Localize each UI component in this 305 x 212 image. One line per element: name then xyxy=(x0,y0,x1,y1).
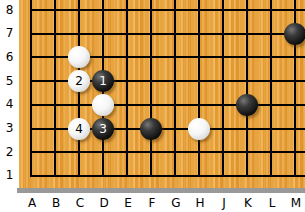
grid-line-horizontal xyxy=(211,9,235,11)
black-stone-K4[interactable] xyxy=(236,94,258,116)
grid-line-horizontal xyxy=(283,9,305,11)
intersection-E5[interactable] xyxy=(115,69,139,93)
column-label-F: F xyxy=(140,196,164,211)
intersection-K6[interactable] xyxy=(235,46,259,70)
intersection-L6[interactable] xyxy=(259,46,283,70)
grid-line-horizontal xyxy=(259,33,283,35)
row-label-4: 4 xyxy=(1,97,18,112)
intersection-F3[interactable] xyxy=(139,117,163,141)
black-stone-D3[interactable]: 3 xyxy=(92,118,114,140)
grid-line-horizontal xyxy=(30,104,43,106)
grid-line-horizontal xyxy=(115,151,139,153)
grid-line-horizontal xyxy=(91,56,115,58)
intersection-H5[interactable] xyxy=(187,69,211,93)
intersection-C2[interactable] xyxy=(67,140,91,164)
intersection-F5[interactable] xyxy=(139,69,163,93)
grid-line-horizontal xyxy=(187,175,211,177)
grid-line-horizontal xyxy=(163,128,187,130)
intersection-K7[interactable] xyxy=(235,22,259,46)
grid-line-horizontal xyxy=(235,56,259,58)
intersection-A5[interactable] xyxy=(19,69,43,93)
intersection-G5[interactable] xyxy=(163,69,187,93)
intersection-C3[interactable]: 4 xyxy=(67,117,91,141)
grid-line-horizontal xyxy=(43,175,67,177)
intersection-M2[interactable] xyxy=(283,140,305,164)
intersection-K1[interactable] xyxy=(235,164,259,188)
intersection-K2[interactable] xyxy=(235,140,259,164)
row-label-8: 8 xyxy=(1,3,18,18)
grid-line-horizontal xyxy=(211,56,235,58)
grid-line-horizontal xyxy=(30,56,43,58)
intersection-L3[interactable] xyxy=(259,117,283,141)
column-label-G: G xyxy=(164,196,188,211)
intersection-L7[interactable] xyxy=(259,22,283,46)
intersection-E6[interactable] xyxy=(115,46,139,70)
grid-line-horizontal xyxy=(115,80,139,82)
grid-line-horizontal xyxy=(139,151,163,153)
intersection-C1[interactable] xyxy=(67,164,91,188)
intersection-M5[interactable] xyxy=(283,69,305,93)
grid-line-horizontal xyxy=(43,56,67,58)
intersection-A2[interactable] xyxy=(19,140,43,164)
intersection-F2[interactable] xyxy=(139,140,163,164)
row-label-2: 2 xyxy=(1,145,18,160)
intersection-J4[interactable] xyxy=(211,93,235,117)
intersection-A7[interactable] xyxy=(19,22,43,46)
grid-line-horizontal xyxy=(91,9,115,11)
grid-line-horizontal xyxy=(163,33,187,35)
intersection-H2[interactable] xyxy=(187,140,211,164)
intersection-M8[interactable] xyxy=(283,0,305,22)
intersection-L5[interactable] xyxy=(259,69,283,93)
intersection-F6[interactable] xyxy=(139,46,163,70)
grid-line-horizontal xyxy=(259,175,283,177)
intersection-C6[interactable] xyxy=(67,46,91,70)
go-diagram: 2143 87654321ABCDEFGHJKLM xyxy=(0,0,305,212)
intersection-B4[interactable] xyxy=(43,93,67,117)
intersection-M3[interactable] xyxy=(283,117,305,141)
grid-line-horizontal xyxy=(30,128,43,130)
intersection-D1[interactable] xyxy=(91,164,115,188)
intersection-B1[interactable] xyxy=(43,164,67,188)
intersection-C5[interactable]: 2 xyxy=(67,69,91,93)
intersection-E8[interactable] xyxy=(115,0,139,22)
white-stone-C6[interactable] xyxy=(68,46,90,68)
grid-line-horizontal xyxy=(187,56,211,58)
intersection-D7[interactable] xyxy=(91,22,115,46)
intersection-D3[interactable]: 3 xyxy=(91,117,115,141)
intersection-L1[interactable] xyxy=(259,164,283,188)
intersection-H4[interactable] xyxy=(187,93,211,117)
grid-line-horizontal xyxy=(43,128,67,130)
grid-line-horizontal xyxy=(163,80,187,82)
intersection-A6[interactable] xyxy=(19,46,43,70)
grid-line-horizontal xyxy=(115,33,139,35)
grid-line-horizontal xyxy=(91,151,115,153)
intersection-F4[interactable] xyxy=(139,93,163,117)
white-stone-H3[interactable] xyxy=(188,118,210,140)
intersection-J6[interactable] xyxy=(211,46,235,70)
grid-line-horizontal xyxy=(283,80,305,82)
intersection-C7[interactable] xyxy=(67,22,91,46)
intersection-G4[interactable] xyxy=(163,93,187,117)
move-number: 3 xyxy=(99,118,107,140)
grid-line-horizontal xyxy=(115,9,139,11)
grid-line-horizontal xyxy=(235,128,259,130)
grid-line-horizontal xyxy=(259,9,283,11)
move-number: 2 xyxy=(75,70,83,92)
grid-line-horizontal xyxy=(163,104,187,106)
intersection-A4[interactable] xyxy=(19,93,43,117)
grid-line-horizontal xyxy=(67,175,91,177)
intersection-H3[interactable] xyxy=(187,117,211,141)
grid-line-horizontal xyxy=(211,80,235,82)
intersection-D8[interactable] xyxy=(91,0,115,22)
grid-line-horizontal xyxy=(235,80,259,82)
intersection-B6[interactable] xyxy=(43,46,67,70)
move-number: 1 xyxy=(99,70,107,92)
grid-line-horizontal xyxy=(139,175,163,177)
intersection-E7[interactable] xyxy=(115,22,139,46)
grid-line-horizontal xyxy=(139,33,163,35)
grid-line-horizontal xyxy=(187,80,211,82)
grid-line-horizontal xyxy=(30,80,43,82)
intersection-L2[interactable] xyxy=(259,140,283,164)
column-label-B: B xyxy=(44,196,68,211)
grid-line-horizontal xyxy=(259,104,283,106)
intersection-K8[interactable] xyxy=(235,0,259,22)
grid-line-horizontal xyxy=(163,151,187,153)
intersection-H7[interactable] xyxy=(187,22,211,46)
grid-line-horizontal xyxy=(43,151,67,153)
grid-line-horizontal xyxy=(211,128,235,130)
grid-line-horizontal xyxy=(283,151,305,153)
grid-line-horizontal xyxy=(187,151,211,153)
intersection-E1[interactable] xyxy=(115,164,139,188)
go-board: 2143 xyxy=(19,0,305,188)
intersection-J5[interactable] xyxy=(211,69,235,93)
intersection-B8[interactable] xyxy=(43,0,67,22)
board-grid: 2143 xyxy=(19,0,305,188)
grid-line-horizontal xyxy=(283,56,305,58)
grid-line-horizontal xyxy=(43,104,67,106)
intersection-E4[interactable] xyxy=(115,93,139,117)
grid-line-horizontal xyxy=(259,128,283,130)
intersection-L8[interactable] xyxy=(259,0,283,22)
white-stone-C3[interactable]: 4 xyxy=(68,118,90,140)
grid-line-horizontal xyxy=(67,9,91,11)
intersection-A3[interactable] xyxy=(19,117,43,141)
grid-line-horizontal xyxy=(235,9,259,11)
board-bottom-shadow xyxy=(17,188,305,193)
grid-line-horizontal xyxy=(30,151,43,153)
grid-line-horizontal xyxy=(115,128,139,130)
intersection-A1[interactable] xyxy=(19,164,43,188)
white-stone-D4[interactable] xyxy=(92,94,114,116)
row-label-6: 6 xyxy=(1,50,18,65)
grid-line-horizontal xyxy=(211,104,235,106)
intersection-M6[interactable] xyxy=(283,46,305,70)
intersection-J1[interactable] xyxy=(211,164,235,188)
grid-line-horizontal xyxy=(67,104,91,106)
grid-line-horizontal xyxy=(187,33,211,35)
grid-line-horizontal xyxy=(115,175,139,177)
grid-line-horizontal xyxy=(67,151,91,153)
grid-line-horizontal xyxy=(30,9,43,11)
intersection-M7[interactable] xyxy=(283,22,305,46)
intersection-B5[interactable] xyxy=(43,69,67,93)
grid-line-horizontal xyxy=(139,80,163,82)
grid-line-horizontal xyxy=(91,33,115,35)
grid-line-horizontal xyxy=(259,56,283,58)
grid-line-horizontal xyxy=(283,175,305,177)
intersection-H6[interactable] xyxy=(187,46,211,70)
grid-line-horizontal xyxy=(163,9,187,11)
grid-line-horizontal xyxy=(283,128,305,130)
grid-line-horizontal xyxy=(235,151,259,153)
column-label-M: M xyxy=(284,196,305,211)
intersection-G3[interactable] xyxy=(163,117,187,141)
intersection-H1[interactable] xyxy=(187,164,211,188)
intersection-D4[interactable] xyxy=(91,93,115,117)
intersection-B3[interactable] xyxy=(43,117,67,141)
row-label-5: 5 xyxy=(1,74,18,89)
intersection-E2[interactable] xyxy=(115,140,139,164)
row-label-1: 1 xyxy=(1,168,18,183)
grid-line-horizontal xyxy=(91,175,115,177)
grid-line-horizontal xyxy=(30,33,43,35)
intersection-F8[interactable] xyxy=(139,0,163,22)
grid-line-horizontal xyxy=(259,80,283,82)
grid-line-horizontal xyxy=(43,80,67,82)
intersection-G2[interactable] xyxy=(163,140,187,164)
intersection-D5[interactable]: 1 xyxy=(91,69,115,93)
intersection-B7[interactable] xyxy=(43,22,67,46)
intersection-D2[interactable] xyxy=(91,140,115,164)
grid-line-horizontal xyxy=(235,33,259,35)
intersection-M4[interactable] xyxy=(283,93,305,117)
intersection-E3[interactable] xyxy=(115,117,139,141)
grid-line-horizontal xyxy=(187,104,211,106)
column-label-J: J xyxy=(212,196,236,211)
black-stone-F3[interactable] xyxy=(140,118,162,140)
white-stone-C5[interactable]: 2 xyxy=(68,70,90,92)
column-label-K: K xyxy=(236,196,260,211)
intersection-C8[interactable] xyxy=(67,0,91,22)
grid-line-horizontal xyxy=(115,104,139,106)
move-number: 4 xyxy=(75,118,83,140)
grid-line-horizontal xyxy=(163,175,187,177)
grid-line-horizontal xyxy=(163,56,187,58)
intersection-G6[interactable] xyxy=(163,46,187,70)
grid-line-horizontal xyxy=(43,9,67,11)
intersection-G1[interactable] xyxy=(163,164,187,188)
grid-line-horizontal xyxy=(139,104,163,106)
intersection-K4[interactable] xyxy=(235,93,259,117)
column-label-D: D xyxy=(92,196,116,211)
intersection-C4[interactable] xyxy=(67,93,91,117)
grid-line-horizontal xyxy=(67,33,91,35)
grid-line-horizontal xyxy=(283,104,305,106)
column-label-C: C xyxy=(68,196,92,211)
intersection-L4[interactable] xyxy=(259,93,283,117)
intersection-D6[interactable] xyxy=(91,46,115,70)
intersection-B2[interactable] xyxy=(43,140,67,164)
grid-line-horizontal xyxy=(139,56,163,58)
intersection-K5[interactable] xyxy=(235,69,259,93)
intersection-G7[interactable] xyxy=(163,22,187,46)
grid-line-horizontal xyxy=(30,175,43,177)
black-stone-D5[interactable]: 1 xyxy=(92,70,114,92)
black-stone-M7[interactable] xyxy=(284,23,305,45)
intersection-H8[interactable] xyxy=(187,0,211,22)
intersection-G8[interactable] xyxy=(163,0,187,22)
grid-line-horizontal xyxy=(139,9,163,11)
column-label-H: H xyxy=(188,196,212,211)
intersection-M1[interactable] xyxy=(283,164,305,188)
intersection-F1[interactable] xyxy=(139,164,163,188)
intersection-K3[interactable] xyxy=(235,117,259,141)
column-label-L: L xyxy=(260,196,284,211)
grid-line-horizontal xyxy=(211,175,235,177)
intersection-J3[interactable] xyxy=(211,117,235,141)
grid-line-horizontal xyxy=(43,33,67,35)
intersection-F7[interactable] xyxy=(139,22,163,46)
intersection-J2[interactable] xyxy=(211,140,235,164)
column-label-E: E xyxy=(116,196,140,211)
row-label-3: 3 xyxy=(1,121,18,136)
grid-line-horizontal xyxy=(187,9,211,11)
row-label-7: 7 xyxy=(1,26,18,41)
grid-line-horizontal xyxy=(211,151,235,153)
intersection-J7[interactable] xyxy=(211,22,235,46)
intersection-J8[interactable] xyxy=(211,0,235,22)
intersection-A8[interactable] xyxy=(19,0,43,22)
grid-line-horizontal xyxy=(211,33,235,35)
grid-line-horizontal xyxy=(115,56,139,58)
grid-line-horizontal xyxy=(259,151,283,153)
grid-line-horizontal xyxy=(235,175,259,177)
column-label-A: A xyxy=(20,196,44,211)
